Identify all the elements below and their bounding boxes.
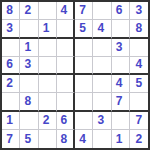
cell-r6c7-given-7: 7 — [112, 93, 130, 111]
cell-r5c8-given-5: 5 — [130, 75, 148, 93]
cell-r6c5-empty[interactable] — [75, 93, 93, 111]
cell-r4c5-empty[interactable] — [75, 57, 93, 75]
cell-r3c4-empty[interactable] — [57, 39, 75, 57]
cell-r4c7-empty[interactable] — [112, 57, 130, 75]
cell-r1c5-given-7: 7 — [75, 2, 93, 20]
cell-r1c8-given-3: 3 — [130, 2, 148, 20]
cell-r2c2-empty[interactable] — [20, 20, 38, 38]
cell-r8c2-given-5: 5 — [20, 130, 38, 148]
cell-r5c1-given-2: 2 — [2, 75, 20, 93]
cell-r2c4-empty[interactable] — [57, 20, 75, 38]
cell-r3c2-given-1: 1 — [20, 39, 38, 57]
cell-r7c3-given-2: 2 — [39, 112, 57, 130]
cell-r7c1-given-1: 1 — [2, 112, 20, 130]
cell-r7c8-given-7: 7 — [130, 112, 148, 130]
cell-r8c4-given-8: 8 — [57, 130, 75, 148]
cell-r6c2-given-8: 8 — [20, 93, 38, 111]
cell-r1c1-given-8: 8 — [2, 2, 20, 20]
cell-r5c7-given-4: 4 — [112, 75, 130, 93]
cell-r4c4-empty[interactable] — [57, 57, 75, 75]
cell-r8c7-given-1: 1 — [112, 130, 130, 148]
cell-r2c3-given-1: 1 — [39, 20, 57, 38]
cell-r2c6-given-4: 4 — [93, 20, 111, 38]
cell-r8c1-given-7: 7 — [2, 130, 20, 148]
cell-r5c6-empty[interactable] — [93, 75, 111, 93]
cell-r4c8-given-4: 4 — [130, 57, 148, 75]
cell-r3c6-empty[interactable] — [93, 39, 111, 57]
cell-r6c4-empty[interactable] — [57, 93, 75, 111]
cell-r2c7-empty[interactable] — [112, 20, 130, 38]
cell-r3c7-given-3: 3 — [112, 39, 130, 57]
cell-r6c3-empty[interactable] — [39, 93, 57, 111]
cell-r5c2-empty[interactable] — [20, 75, 38, 93]
cell-r7c4-given-6: 6 — [57, 112, 75, 130]
cell-r8c5-given-4: 4 — [75, 130, 93, 148]
cell-r5c4-empty[interactable] — [57, 75, 75, 93]
cell-r7c2-empty[interactable] — [20, 112, 38, 130]
cell-r7c5-empty[interactable] — [75, 112, 93, 130]
cell-r1c7-given-6: 6 — [112, 2, 130, 20]
cell-r8c6-empty[interactable] — [93, 130, 111, 148]
cell-r5c5-empty[interactable] — [75, 75, 93, 93]
sudoku-screenshot: 82476331548136342458712637758412 — [0, 0, 150, 150]
cell-r3c3-empty[interactable] — [39, 39, 57, 57]
cell-r3c8-empty[interactable] — [130, 39, 148, 57]
cell-r4c3-empty[interactable] — [39, 57, 57, 75]
cell-r1c6-empty[interactable] — [93, 2, 111, 20]
cell-r1c3-empty[interactable] — [39, 2, 57, 20]
sudoku-board: 82476331548136342458712637758412 — [0, 0, 150, 150]
cell-r7c7-empty[interactable] — [112, 112, 130, 130]
cell-r2c5-given-5: 5 — [75, 20, 93, 38]
cell-r3c1-empty[interactable] — [2, 39, 20, 57]
cell-r8c8-given-2: 2 — [130, 130, 148, 148]
cell-r7c6-given-3: 3 — [93, 112, 111, 130]
cell-r6c8-empty[interactable] — [130, 93, 148, 111]
cell-r5c3-empty[interactable] — [39, 75, 57, 93]
cell-r2c1-given-3: 3 — [2, 20, 20, 38]
cell-r4c1-given-6: 6 — [2, 57, 20, 75]
cell-r1c2-given-2: 2 — [20, 2, 38, 20]
cell-r1c4-given-4: 4 — [57, 2, 75, 20]
cell-r6c1-empty[interactable] — [2, 93, 20, 111]
cell-r3c5-empty[interactable] — [75, 39, 93, 57]
cell-r8c3-empty[interactable] — [39, 130, 57, 148]
cell-r6c6-empty[interactable] — [93, 93, 111, 111]
cell-r4c2-given-3: 3 — [20, 57, 38, 75]
cell-r2c8-given-8: 8 — [130, 20, 148, 38]
cell-r4c6-empty[interactable] — [93, 57, 111, 75]
